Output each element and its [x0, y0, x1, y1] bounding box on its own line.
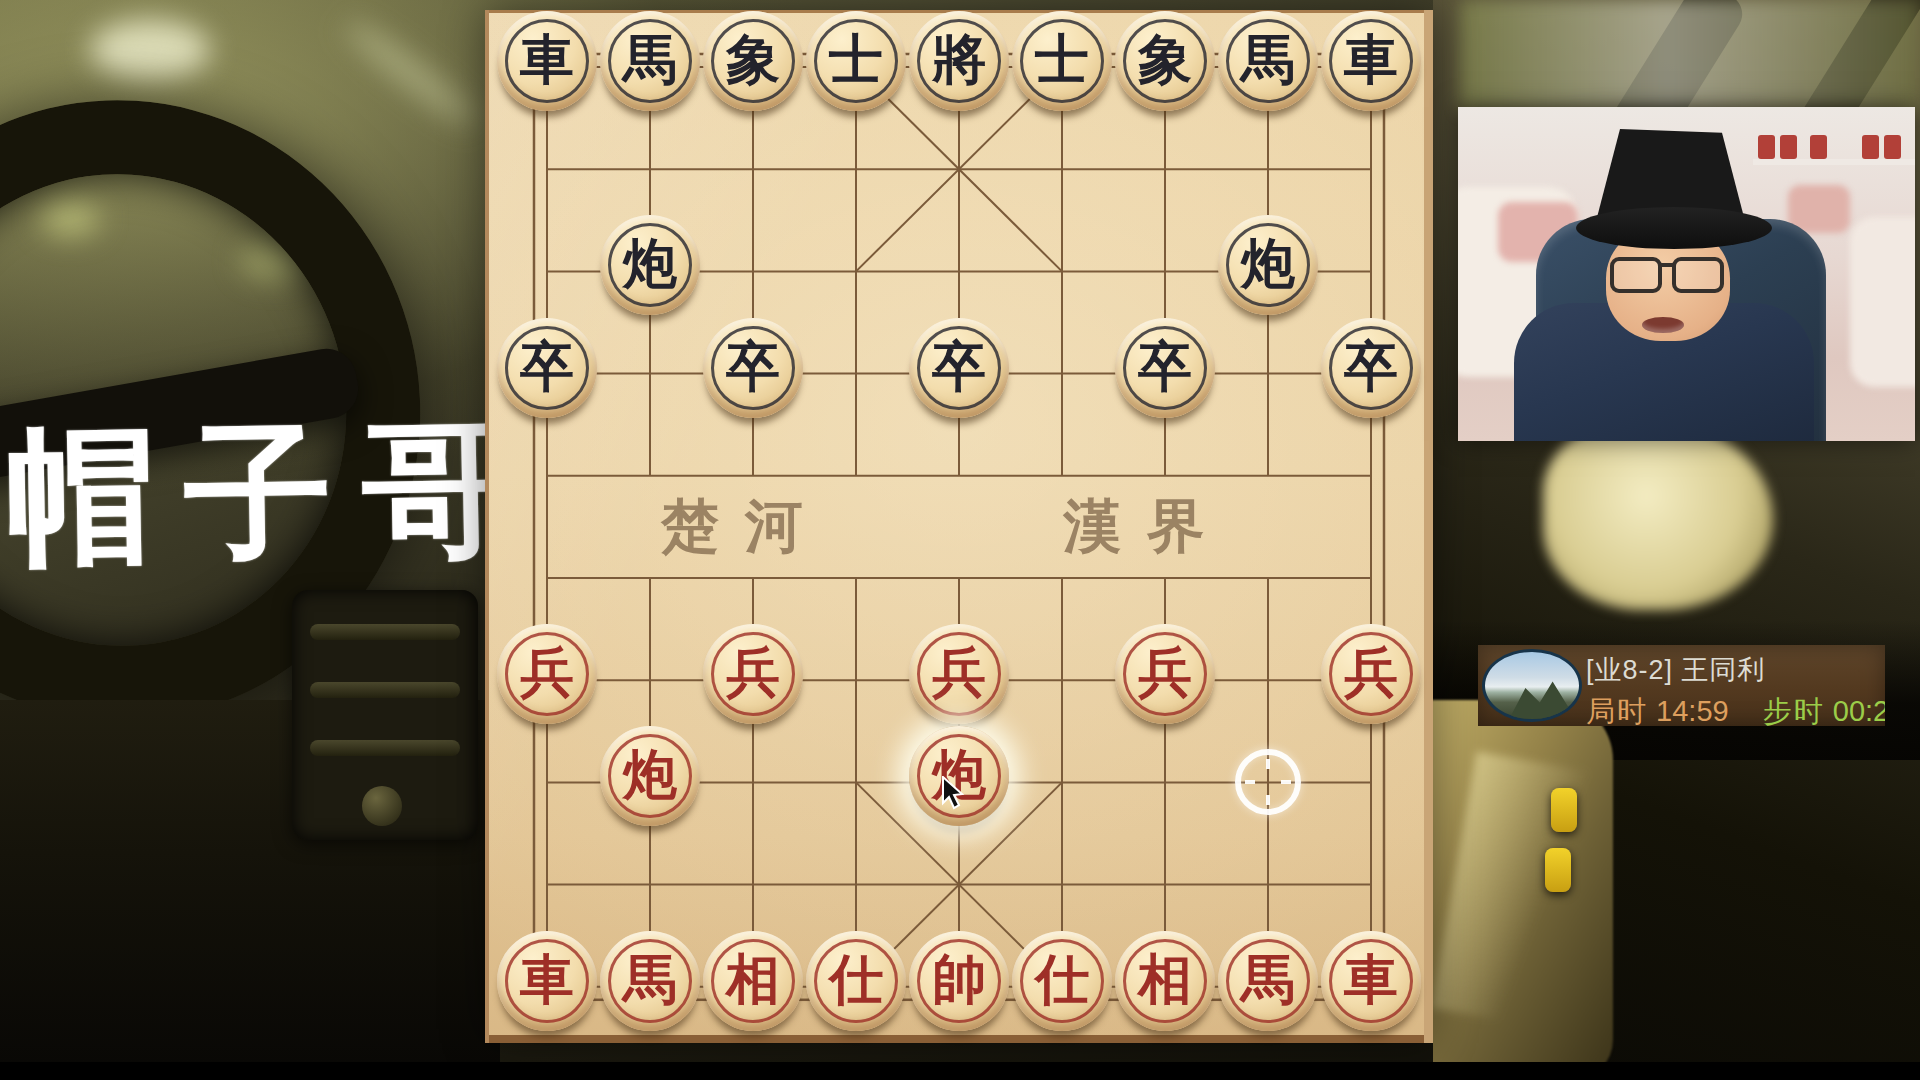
- piece-glyph: 象: [1138, 33, 1192, 87]
- piece-black-c[interactable]: 炮: [1218, 215, 1318, 315]
- mouse-cursor: [941, 776, 965, 810]
- piece-red-C[interactable]: 炮: [600, 726, 700, 826]
- bottom-letterbox: [0, 1062, 1920, 1080]
- piece-glyph: 馬: [623, 953, 677, 1007]
- yellow-object: [1545, 848, 1571, 892]
- piece-black-b[interactable]: 象: [703, 11, 803, 111]
- piece-red-P[interactable]: 兵: [1321, 624, 1421, 724]
- piece-black-n[interactable]: 馬: [1218, 11, 1318, 111]
- piece-glyph: 車: [520, 953, 574, 1007]
- piece-red-P[interactable]: 兵: [703, 624, 803, 724]
- shelf-box: [1780, 135, 1797, 159]
- piece-black-r[interactable]: 車: [497, 11, 597, 111]
- sofa: [1850, 217, 1915, 387]
- piece-glyph: 仕: [829, 953, 883, 1007]
- shelf-box: [1810, 135, 1827, 159]
- piece-glyph: 象: [726, 33, 780, 87]
- piece-red-N[interactable]: 馬: [1218, 931, 1318, 1031]
- streamer-watermark: 帽子哥: [5, 416, 508, 573]
- piece-glyph: 相: [726, 953, 780, 1007]
- piece-black-a[interactable]: 士: [806, 11, 906, 111]
- piece-black-b[interactable]: 象: [1115, 11, 1215, 111]
- player-name: [业8-2] 王同利: [1586, 652, 1885, 688]
- piece-glyph: 卒: [1138, 340, 1192, 394]
- piece-red-B[interactable]: 相: [1115, 931, 1215, 1031]
- shelf-box: [1862, 135, 1879, 159]
- piece-glyph: 炮: [1241, 237, 1295, 291]
- background-blur: [1460, 0, 1920, 110]
- streamer-webcam: [1458, 107, 1915, 441]
- piece-glyph: 馬: [1241, 33, 1295, 87]
- xiangqi-board[interactable]: 楚河 漢界 車馬象士將士象馬車炮炮卒卒卒卒卒兵兵兵兵兵炮炮車馬相仕帥仕相馬車: [485, 10, 1433, 1043]
- screen: 帽子哥 楚河 漢界 車馬象士將士象馬車炮炮卒卒卒卒卒兵兵兵兵兵炮炮車馬相仕帥仕相…: [0, 0, 1920, 1080]
- piece-red-P[interactable]: 兵: [1115, 624, 1215, 724]
- piece-black-n[interactable]: 馬: [600, 11, 700, 111]
- river-label-right: 漢界: [1063, 488, 1231, 566]
- glasses: [1610, 257, 1730, 297]
- piece-glyph: 卒: [1344, 340, 1398, 394]
- piece-black-p[interactable]: 卒: [1115, 318, 1215, 418]
- piece-glyph: 車: [1344, 953, 1398, 1007]
- piece-red-K[interactable]: 帥: [909, 931, 1009, 1031]
- piece-glyph: 炮: [623, 237, 677, 291]
- piece-glyph: 將: [932, 33, 986, 87]
- player-info-bar: [业8-2] 王同利 局时 14:59 步时 00:2: [1478, 645, 1885, 726]
- player-avatar: [1482, 649, 1582, 722]
- piece-glyph: 兵: [1344, 646, 1398, 700]
- piece-black-p[interactable]: 卒: [703, 318, 803, 418]
- vent-knob: [362, 786, 402, 826]
- piece-black-p[interactable]: 卒: [909, 318, 1009, 418]
- shelf: [1753, 159, 1915, 165]
- piece-red-P[interactable]: 兵: [909, 624, 1009, 724]
- piece-red-A[interactable]: 仕: [806, 931, 906, 1031]
- game-time-value: 14:59: [1656, 695, 1729, 726]
- move-time-label: 步时: [1763, 695, 1825, 726]
- shelf-box: [1884, 135, 1901, 159]
- piece-red-R[interactable]: 車: [497, 931, 597, 1031]
- piece-glyph: 車: [1344, 33, 1398, 87]
- piece-glyph: 炮: [623, 748, 677, 802]
- piece-glyph: 相: [1138, 953, 1192, 1007]
- piece-glyph: 士: [829, 33, 883, 87]
- piece-glyph: 兵: [1138, 646, 1192, 700]
- piece-glyph: 士: [1035, 33, 1089, 87]
- move-time-value: 00:2: [1833, 695, 1885, 726]
- piece-black-p[interactable]: 卒: [497, 318, 597, 418]
- yellow-object: [1551, 788, 1577, 832]
- piece-red-N[interactable]: 馬: [600, 931, 700, 1031]
- piece-glyph: 兵: [726, 646, 780, 700]
- piece-glyph: 卒: [932, 340, 986, 394]
- bright-pillow: [1543, 420, 1773, 610]
- fedora-hat-brim: [1576, 207, 1772, 249]
- piece-glyph: 馬: [623, 33, 677, 87]
- piece-black-k[interactable]: 將: [909, 11, 1009, 111]
- piece-glyph: 帥: [932, 953, 986, 1007]
- last-move-origin-marker: [1235, 749, 1301, 815]
- piece-glyph: 兵: [520, 646, 574, 700]
- piece-red-P[interactable]: 兵: [497, 624, 597, 724]
- piece-black-c[interactable]: 炮: [600, 215, 700, 315]
- piece-black-p[interactable]: 卒: [1321, 318, 1421, 418]
- streamer-mouth: [1642, 317, 1684, 333]
- piece-red-B[interactable]: 相: [703, 931, 803, 1031]
- piece-glyph: 兵: [932, 646, 986, 700]
- piece-red-R[interactable]: 車: [1321, 931, 1421, 1031]
- piece-red-A[interactable]: 仕: [1012, 931, 1112, 1031]
- game-time-label: 局时: [1586, 695, 1648, 726]
- piece-black-a[interactable]: 士: [1012, 11, 1112, 111]
- piece-glyph: 仕: [1035, 953, 1089, 1007]
- board-grid: [485, 10, 1433, 1043]
- piece-glyph: 卒: [520, 340, 574, 394]
- piece-glyph: 馬: [1241, 953, 1295, 1007]
- piece-glyph: 車: [520, 33, 574, 87]
- river-label-left: 楚河: [661, 488, 829, 566]
- shelf-box: [1758, 135, 1775, 159]
- piece-glyph: 卒: [726, 340, 780, 394]
- dashboard-vent: [292, 590, 478, 840]
- piece-black-r[interactable]: 車: [1321, 11, 1421, 111]
- window-light: [90, 20, 210, 80]
